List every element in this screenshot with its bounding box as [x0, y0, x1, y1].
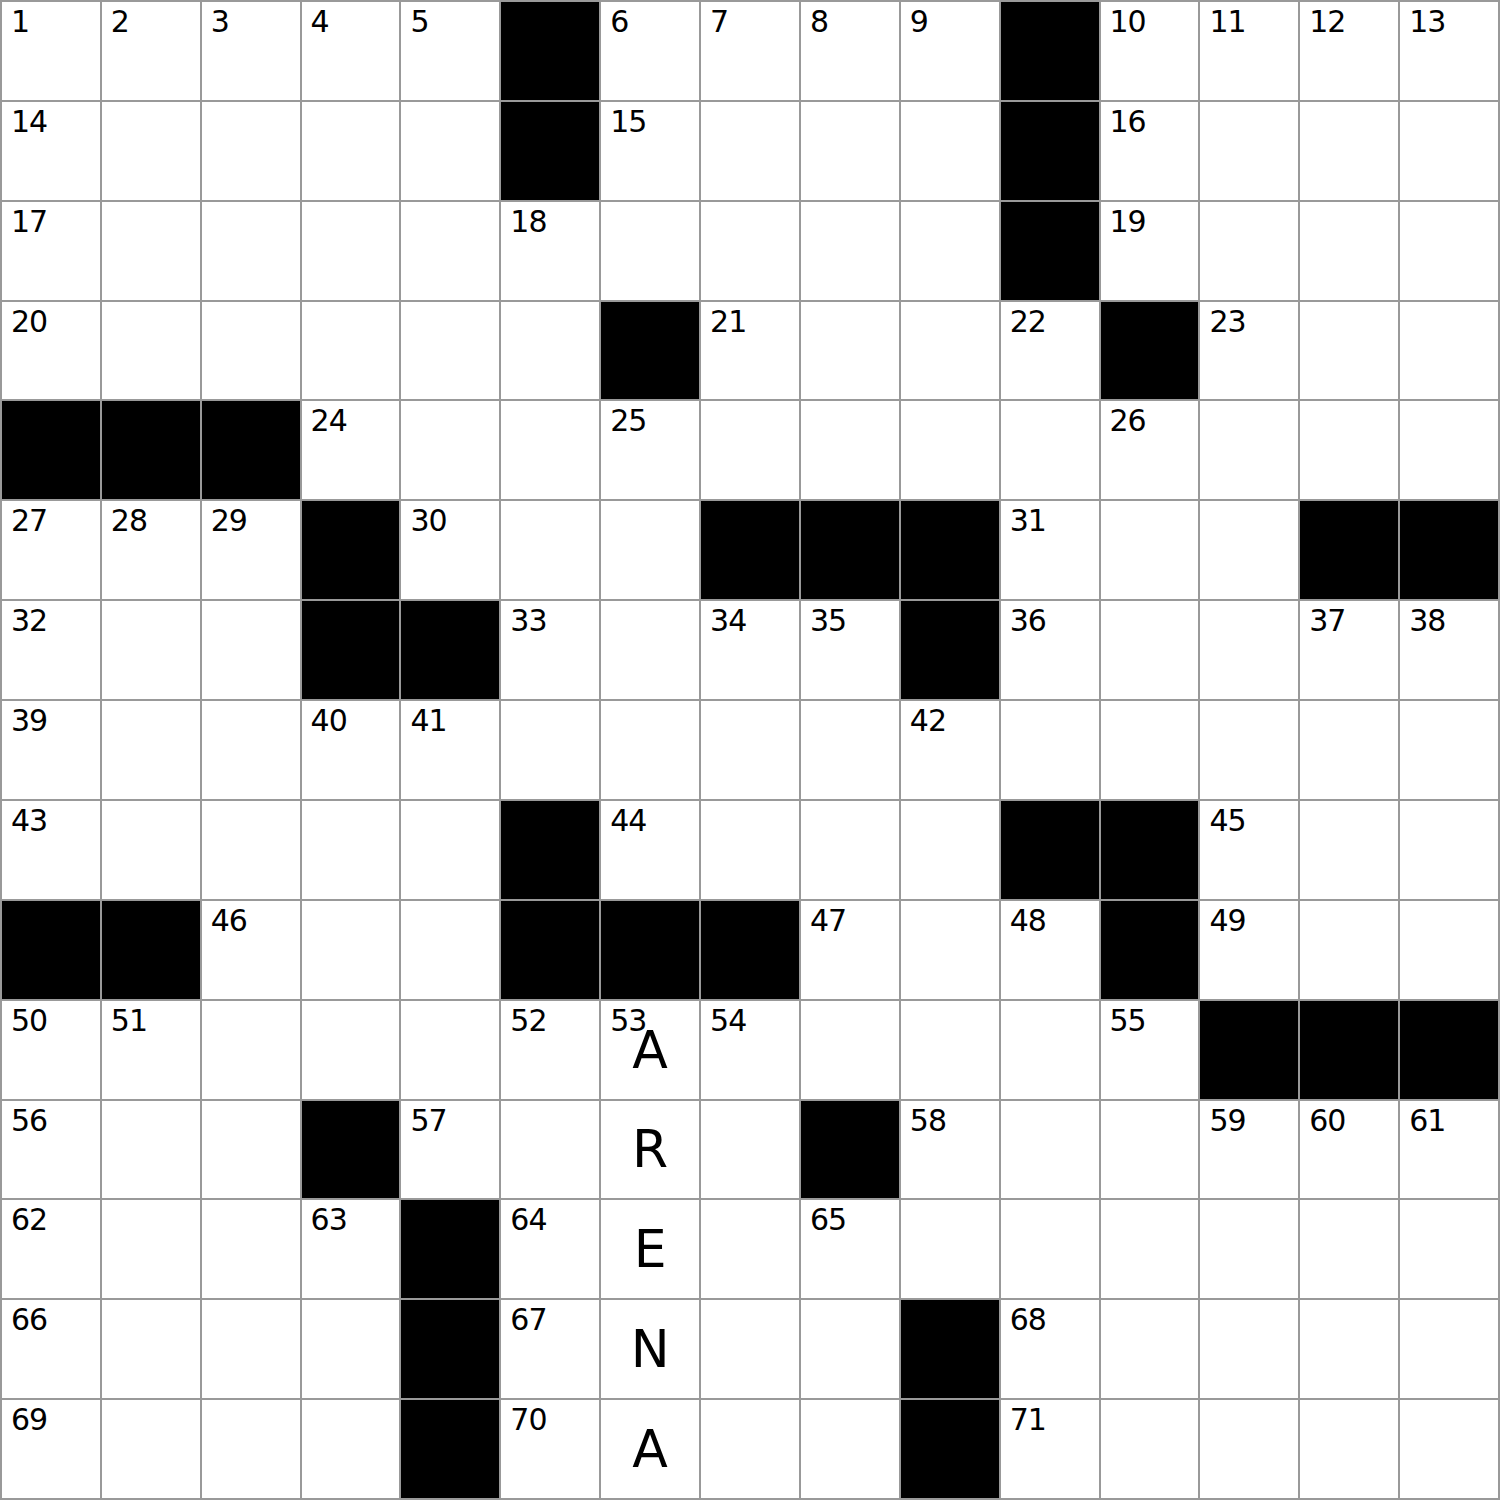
clue-number-29: 29	[211, 506, 247, 536]
cell-r13c15[interactable]	[1400, 1200, 1498, 1298]
cell-r11c10[interactable]	[901, 1001, 999, 1099]
clue-number-10: 10	[1110, 7, 1146, 37]
cell-r10c15[interactable]	[1400, 901, 1498, 999]
cell-r2c9[interactable]	[801, 102, 899, 200]
cell-r15c7[interactable]: A	[601, 1400, 699, 1498]
cell-r14c8[interactable]	[701, 1300, 799, 1398]
clue-number-41: 41	[410, 706, 446, 736]
cell-r3c13[interactable]	[1200, 202, 1298, 300]
cell-r1c8[interactable]: 7	[701, 2, 799, 100]
cell-r8c11[interactable]	[1001, 701, 1099, 799]
cell-r8c10[interactable]: 42	[901, 701, 999, 799]
cell-r10c5[interactable]	[401, 901, 499, 999]
clue-number-56: 56	[11, 1106, 47, 1136]
cell-r9c8[interactable]	[701, 801, 799, 899]
cell-r5c8[interactable]	[701, 401, 799, 499]
cell-r10c11[interactable]: 48	[1001, 901, 1099, 999]
cell-r14c1[interactable]: 66	[2, 1300, 100, 1398]
clue-number-31: 31	[1010, 506, 1046, 536]
black-cell-r10c6	[501, 901, 599, 999]
black-cell-r10c12	[1101, 901, 1199, 999]
cell-r13c9[interactable]: 65	[801, 1200, 899, 1298]
clue-number-42: 42	[910, 706, 946, 736]
cell-r12c6[interactable]	[501, 1101, 599, 1199]
clue-number-3: 3	[211, 7, 229, 37]
cell-r1c14[interactable]: 12	[1300, 2, 1398, 100]
clue-number-58: 58	[910, 1106, 946, 1136]
cell-r6c6[interactable]	[501, 501, 599, 599]
cell-r2c12[interactable]: 16	[1101, 102, 1199, 200]
cell-r11c7[interactable]: 53A	[601, 1001, 699, 1099]
clue-number-24: 24	[311, 406, 347, 436]
cell-r5c4[interactable]: 24	[302, 401, 400, 499]
cell-r10c10[interactable]	[901, 901, 999, 999]
black-cell-r1c11	[1001, 2, 1099, 100]
cell-r8c7[interactable]	[601, 701, 699, 799]
cell-r11c11[interactable]	[1001, 1001, 1099, 1099]
cell-r3c7[interactable]	[601, 202, 699, 300]
black-cell-r6c10	[901, 501, 999, 599]
clue-number-16: 16	[1110, 107, 1146, 137]
clue-number-7: 7	[710, 7, 728, 37]
clue-number-8: 8	[810, 7, 828, 37]
clue-number-4: 4	[311, 7, 329, 37]
cell-r2c3[interactable]	[202, 102, 300, 200]
cell-r3c8[interactable]	[701, 202, 799, 300]
cell-r15c11[interactable]: 71	[1001, 1400, 1099, 1498]
cell-r10c14[interactable]	[1300, 901, 1398, 999]
black-cell-r3c11	[1001, 202, 1099, 300]
black-cell-r10c1	[2, 901, 100, 999]
cell-r14c9[interactable]	[801, 1300, 899, 1398]
cell-r11c2[interactable]: 51	[102, 1001, 200, 1099]
cell-r14c15[interactable]	[1400, 1300, 1498, 1398]
cell-r8c9[interactable]	[801, 701, 899, 799]
cell-r3c9[interactable]	[801, 202, 899, 300]
cell-r6c7[interactable]	[601, 501, 699, 599]
cell-r10c4[interactable]	[302, 901, 400, 999]
cell-r9c1[interactable]: 43	[2, 801, 100, 899]
cell-r2c15[interactable]	[1400, 102, 1498, 200]
cell-r12c14[interactable]: 60	[1300, 1101, 1398, 1199]
cell-r7c1[interactable]: 32	[2, 601, 100, 699]
cell-r13c8[interactable]	[701, 1200, 799, 1298]
clue-number-61: 61	[1409, 1106, 1445, 1136]
clue-number-17: 17	[11, 207, 47, 237]
cell-r14c2[interactable]	[102, 1300, 200, 1398]
cell-r1c4[interactable]: 4	[302, 2, 400, 100]
clue-number-12: 12	[1309, 7, 1345, 37]
cell-r7c15[interactable]: 38	[1400, 601, 1498, 699]
black-cell-r7c5	[401, 601, 499, 699]
cell-r12c12[interactable]	[1101, 1101, 1199, 1199]
clue-number-60: 60	[1309, 1106, 1345, 1136]
clue-number-52: 52	[510, 1006, 546, 1036]
clue-number-51: 51	[111, 1006, 147, 1036]
cell-letter: E	[601, 1200, 699, 1298]
cell-r3c15[interactable]	[1400, 202, 1498, 300]
cell-r4c9[interactable]	[801, 302, 899, 400]
black-cell-r9c11	[1001, 801, 1099, 899]
cell-r4c8[interactable]: 21	[701, 302, 799, 400]
cell-r7c3[interactable]	[202, 601, 300, 699]
cell-r15c4[interactable]	[302, 1400, 400, 1498]
black-cell-r5c1	[2, 401, 100, 499]
clue-number-49: 49	[1209, 906, 1245, 936]
cell-r15c9[interactable]	[801, 1400, 899, 1498]
cell-r15c8[interactable]	[701, 1400, 799, 1498]
clue-number-54: 54	[710, 1006, 746, 1036]
clue-number-32: 32	[11, 606, 47, 636]
cell-r9c7[interactable]: 44	[601, 801, 699, 899]
cell-r12c5[interactable]: 57	[401, 1101, 499, 1199]
clue-number-19: 19	[1110, 207, 1146, 237]
clue-number-2: 2	[111, 7, 129, 37]
black-cell-r6c4	[302, 501, 400, 599]
clue-number-22: 22	[1010, 307, 1046, 337]
cell-r4c11[interactable]: 22	[1001, 302, 1099, 400]
cell-r14c7[interactable]: N	[601, 1300, 699, 1398]
clue-number-70: 70	[510, 1405, 546, 1435]
cell-r12c2[interactable]	[102, 1101, 200, 1199]
cell-r3c14[interactable]	[1300, 202, 1398, 300]
cell-r7c13[interactable]	[1200, 601, 1298, 699]
cell-r1c13[interactable]: 11	[1200, 2, 1298, 100]
cell-letter: R	[601, 1101, 699, 1199]
cell-r4c13[interactable]: 23	[1200, 302, 1298, 400]
cell-r9c3[interactable]	[202, 801, 300, 899]
cell-letter: A	[601, 1001, 699, 1099]
cell-r11c3[interactable]	[202, 1001, 300, 1099]
black-cell-r10c2	[102, 901, 200, 999]
cell-r9c5[interactable]	[401, 801, 499, 899]
cell-r13c10[interactable]	[901, 1200, 999, 1298]
cell-r8c3[interactable]	[202, 701, 300, 799]
cell-r5c12[interactable]: 26	[1101, 401, 1199, 499]
black-cell-r7c4	[302, 601, 400, 699]
cell-r2c4[interactable]	[302, 102, 400, 200]
cell-r4c15[interactable]	[1400, 302, 1498, 400]
cell-r4c3[interactable]	[202, 302, 300, 400]
black-cell-r10c7	[601, 901, 699, 999]
cell-r7c8[interactable]: 34	[701, 601, 799, 699]
black-cell-r2c6	[501, 102, 599, 200]
cell-r7c2[interactable]	[102, 601, 200, 699]
black-cell-r1c6	[501, 2, 599, 100]
clue-number-38: 38	[1409, 606, 1445, 636]
cell-r8c4[interactable]: 40	[302, 701, 400, 799]
cell-r15c15[interactable]	[1400, 1400, 1498, 1498]
black-cell-r4c12	[1101, 302, 1199, 400]
black-cell-r15c5	[401, 1400, 499, 1498]
cell-r9c13[interactable]: 45	[1200, 801, 1298, 899]
cell-r13c1[interactable]: 62	[2, 1200, 100, 1298]
cell-r2c13[interactable]	[1200, 102, 1298, 200]
cell-r6c5[interactable]: 30	[401, 501, 499, 599]
cell-r6c3[interactable]: 29	[202, 501, 300, 599]
cell-r7c14[interactable]: 37	[1300, 601, 1398, 699]
cell-r12c7[interactable]: R	[601, 1101, 699, 1199]
cell-r8c12[interactable]	[1101, 701, 1199, 799]
cell-r13c14[interactable]	[1300, 1200, 1398, 1298]
cell-r11c4[interactable]	[302, 1001, 400, 1099]
cell-r8c13[interactable]	[1200, 701, 1298, 799]
cell-r7c9[interactable]: 35	[801, 601, 899, 699]
cell-r9c10[interactable]	[901, 801, 999, 899]
cell-r13c2[interactable]	[102, 1200, 200, 1298]
cell-r2c2[interactable]	[102, 102, 200, 200]
cell-r13c3[interactable]	[202, 1200, 300, 1298]
cell-r4c2[interactable]	[102, 302, 200, 400]
cell-r1c5[interactable]: 5	[401, 2, 499, 100]
clue-number-62: 62	[11, 1205, 47, 1235]
cell-r8c2[interactable]	[102, 701, 200, 799]
clue-number-21: 21	[710, 307, 746, 337]
cell-r6c12[interactable]	[1101, 501, 1199, 599]
cell-r14c11[interactable]: 68	[1001, 1300, 1099, 1398]
cell-r1c9[interactable]: 8	[801, 2, 899, 100]
cell-r10c13[interactable]: 49	[1200, 901, 1298, 999]
black-cell-r12c4	[302, 1101, 400, 1199]
cell-r5c5[interactable]	[401, 401, 499, 499]
clue-number-13: 13	[1409, 7, 1445, 37]
clue-number-67: 67	[510, 1305, 546, 1335]
cell-r3c3[interactable]	[202, 202, 300, 300]
cell-r15c3[interactable]	[202, 1400, 300, 1498]
cell-r1c3[interactable]: 3	[202, 2, 300, 100]
black-cell-r11c15	[1400, 1001, 1498, 1099]
clue-number-14: 14	[11, 107, 47, 137]
cell-r12c1[interactable]: 56	[2, 1101, 100, 1199]
cell-r11c1[interactable]: 50	[2, 1001, 100, 1099]
clue-number-9: 9	[910, 7, 928, 37]
cell-r2c5[interactable]	[401, 102, 499, 200]
cell-r7c11[interactable]: 36	[1001, 601, 1099, 699]
black-cell-r14c10	[901, 1300, 999, 1398]
cell-r10c9[interactable]: 47	[801, 901, 899, 999]
cell-r8c5[interactable]: 41	[401, 701, 499, 799]
cell-r13c13[interactable]	[1200, 1200, 1298, 1298]
cell-r3c4[interactable]	[302, 202, 400, 300]
cell-r12c8[interactable]	[701, 1101, 799, 1199]
cell-r6c11[interactable]: 31	[1001, 501, 1099, 599]
black-cell-r10c8	[701, 901, 799, 999]
cell-r4c4[interactable]	[302, 302, 400, 400]
clue-number-48: 48	[1010, 906, 1046, 936]
cell-r9c15[interactable]	[1400, 801, 1498, 899]
clue-number-40: 40	[311, 706, 347, 736]
cell-r15c2[interactable]	[102, 1400, 200, 1498]
clue-number-34: 34	[710, 606, 746, 636]
black-cell-r9c6	[501, 801, 599, 899]
clue-number-47: 47	[810, 906, 846, 936]
cell-r6c13[interactable]	[1200, 501, 1298, 599]
cell-r12c11[interactable]	[1001, 1101, 1099, 1199]
clue-number-27: 27	[11, 506, 47, 536]
clue-number-33: 33	[510, 606, 546, 636]
clue-number-23: 23	[1209, 307, 1245, 337]
clue-number-71: 71	[1010, 1405, 1046, 1435]
cell-r13c6[interactable]: 64	[501, 1200, 599, 1298]
clue-number-37: 37	[1309, 606, 1345, 636]
clue-number-65: 65	[810, 1205, 846, 1235]
clue-number-63: 63	[311, 1205, 347, 1235]
cell-r12c3[interactable]	[202, 1101, 300, 1199]
cell-r6c2[interactable]: 28	[102, 501, 200, 599]
cell-r14c3[interactable]	[202, 1300, 300, 1398]
cell-r9c14[interactable]	[1300, 801, 1398, 899]
cell-r3c5[interactable]	[401, 202, 499, 300]
clue-number-59: 59	[1209, 1106, 1245, 1136]
cell-r5c6[interactable]	[501, 401, 599, 499]
cell-r9c4[interactable]	[302, 801, 400, 899]
cell-r1c10[interactable]: 9	[901, 2, 999, 100]
black-cell-r6c9	[801, 501, 899, 599]
cell-r11c8[interactable]: 54	[701, 1001, 799, 1099]
cell-letter: N	[601, 1300, 699, 1398]
cell-r14c6[interactable]: 67	[501, 1300, 599, 1398]
clue-number-5: 5	[410, 7, 428, 37]
cell-r2c7[interactable]: 15	[601, 102, 699, 200]
cell-r14c13[interactable]	[1200, 1300, 1298, 1398]
black-cell-r4c7	[601, 302, 699, 400]
black-cell-r9c12	[1101, 801, 1199, 899]
clue-number-1: 1	[11, 7, 29, 37]
cell-r8c14[interactable]	[1300, 701, 1398, 799]
cell-r5c9[interactable]	[801, 401, 899, 499]
cell-r2c8[interactable]	[701, 102, 799, 200]
cell-r11c6[interactable]: 52	[501, 1001, 599, 1099]
cell-r6c1[interactable]: 27	[2, 501, 100, 599]
cell-r8c8[interactable]	[701, 701, 799, 799]
cell-r1c2[interactable]: 2	[102, 2, 200, 100]
clue-number-39: 39	[11, 706, 47, 736]
cell-r2c10[interactable]	[901, 102, 999, 200]
cell-r4c6[interactable]	[501, 302, 599, 400]
cell-r13c7[interactable]: E	[601, 1200, 699, 1298]
clue-number-26: 26	[1110, 406, 1146, 436]
cell-r13c11[interactable]	[1001, 1200, 1099, 1298]
cell-r5c11[interactable]	[1001, 401, 1099, 499]
cell-r15c12[interactable]	[1101, 1400, 1199, 1498]
clue-number-44: 44	[610, 806, 646, 836]
clue-number-68: 68	[1010, 1305, 1046, 1335]
cell-r14c14[interactable]	[1300, 1300, 1398, 1398]
cell-r4c1[interactable]: 20	[2, 302, 100, 400]
clue-number-35: 35	[810, 606, 846, 636]
cell-r8c6[interactable]	[501, 701, 599, 799]
clue-number-20: 20	[11, 307, 47, 337]
black-cell-r6c14	[1300, 501, 1398, 599]
clue-number-55: 55	[1110, 1006, 1146, 1036]
cell-r15c14[interactable]	[1300, 1400, 1398, 1498]
black-cell-r6c15	[1400, 501, 1498, 599]
clue-number-30: 30	[410, 506, 446, 536]
cell-r1c12[interactable]: 10	[1101, 2, 1199, 100]
clue-number-15: 15	[610, 107, 646, 137]
clue-number-11: 11	[1209, 7, 1245, 37]
cell-r15c13[interactable]	[1200, 1400, 1298, 1498]
cell-r4c5[interactable]	[401, 302, 499, 400]
clue-number-66: 66	[11, 1305, 47, 1335]
cell-r14c12[interactable]	[1101, 1300, 1199, 1398]
cell-r5c15[interactable]	[1400, 401, 1498, 499]
cell-r13c4[interactable]: 63	[302, 1200, 400, 1298]
cell-letter: A	[601, 1400, 699, 1498]
black-cell-r2c11	[1001, 102, 1099, 200]
cell-r4c10[interactable]	[901, 302, 999, 400]
cell-r11c5[interactable]	[401, 1001, 499, 1099]
cell-r15c1[interactable]: 69	[2, 1400, 100, 1498]
black-cell-r12c9	[801, 1101, 899, 1199]
cell-r13c12[interactable]	[1101, 1200, 1199, 1298]
crossword-board: 1234567891011121314151617181920212223242…	[0, 0, 1500, 1500]
cell-r7c7[interactable]	[601, 601, 699, 699]
cell-r1c1[interactable]: 1	[2, 2, 100, 100]
cell-r12c15[interactable]: 61	[1400, 1101, 1498, 1199]
black-cell-r6c8	[701, 501, 799, 599]
cell-r9c2[interactable]	[102, 801, 200, 899]
cell-r3c2[interactable]	[102, 202, 200, 300]
cell-r3c6[interactable]: 18	[501, 202, 599, 300]
cell-r8c15[interactable]	[1400, 701, 1498, 799]
cell-r10c3[interactable]: 46	[202, 901, 300, 999]
cell-r5c14[interactable]	[1300, 401, 1398, 499]
clue-number-25: 25	[610, 406, 646, 436]
cell-r8c1[interactable]: 39	[2, 701, 100, 799]
black-cell-r11c14	[1300, 1001, 1398, 1099]
cell-r3c10[interactable]	[901, 202, 999, 300]
clue-number-50: 50	[11, 1006, 47, 1036]
cell-r12c10[interactable]: 58	[901, 1101, 999, 1199]
cell-r3c1[interactable]: 17	[2, 202, 100, 300]
cell-r7c12[interactable]	[1101, 601, 1199, 699]
clue-number-18: 18	[510, 207, 546, 237]
clue-number-36: 36	[1010, 606, 1046, 636]
cell-r11c9[interactable]	[801, 1001, 899, 1099]
cell-r15c6[interactable]: 70	[501, 1400, 599, 1498]
clue-number-69: 69	[11, 1405, 47, 1435]
cell-r5c13[interactable]	[1200, 401, 1298, 499]
black-cell-r5c3	[202, 401, 300, 499]
cell-r7c6[interactable]: 33	[501, 601, 599, 699]
cell-r12c13[interactable]: 59	[1200, 1101, 1298, 1199]
black-cell-r13c5	[401, 1200, 499, 1298]
black-cell-r11c13	[1200, 1001, 1298, 1099]
clue-number-43: 43	[11, 806, 47, 836]
clue-number-6: 6	[610, 7, 628, 37]
cell-r2c1[interactable]: 14	[2, 102, 100, 200]
black-cell-r15c10	[901, 1400, 999, 1498]
clue-number-28: 28	[111, 506, 147, 536]
clue-number-64: 64	[510, 1205, 546, 1235]
cell-r4c14[interactable]	[1300, 302, 1398, 400]
black-cell-r7c10	[901, 601, 999, 699]
black-cell-r5c2	[102, 401, 200, 499]
cell-r11c12[interactable]: 55	[1101, 1001, 1199, 1099]
clue-number-46: 46	[211, 906, 247, 936]
cell-r5c10[interactable]	[901, 401, 999, 499]
cell-r5c7[interactable]: 25	[601, 401, 699, 499]
cell-r1c7[interactable]: 6	[601, 2, 699, 100]
cell-r1c15[interactable]: 13	[1400, 2, 1498, 100]
cell-r14c4[interactable]	[302, 1300, 400, 1398]
cell-r9c9[interactable]	[801, 801, 899, 899]
cell-r2c14[interactable]	[1300, 102, 1398, 200]
clue-number-45: 45	[1209, 806, 1245, 836]
black-cell-r14c5	[401, 1300, 499, 1398]
cell-r3c12[interactable]: 19	[1101, 202, 1199, 300]
